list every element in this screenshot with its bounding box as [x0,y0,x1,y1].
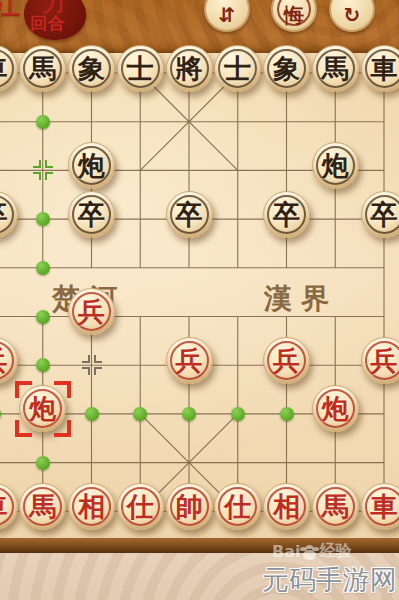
last-move-marker [82,355,102,375]
piece-red-兵[interactable]: 兵 [263,337,310,384]
game-logo: 江 力 回合 [0,0,100,52]
legal-move-dot[interactable] [36,212,50,226]
restart-button[interactable]: ↻ [329,0,375,32]
baidu-watermark-left: Bai [272,542,300,561]
swap-sides-button[interactable]: ⇵ [204,0,250,32]
piece-black-炮[interactable]: 炮 [312,142,359,189]
river-label-right: 漢界 [264,280,338,318]
piece-black-士[interactable]: 士 [117,45,164,92]
swap-icon: ⇵ [219,5,236,30]
piece-red-帥[interactable]: 帥 [166,483,213,530]
piece-black-象[interactable]: 象 [68,45,115,92]
piece-red-相[interactable]: 相 [263,483,310,530]
piece-red-仕[interactable]: 仕 [117,483,164,530]
legal-move-dot[interactable] [85,407,99,421]
piece-red-相[interactable]: 相 [68,483,115,530]
piece-red-仕[interactable]: 仕 [214,483,261,530]
baidu-watermark: Bai 经验 [272,541,351,562]
site-watermark: 元码手游网 [262,562,397,598]
paw-icon [303,550,316,560]
piece-black-卒[interactable]: 卒 [263,191,310,238]
piece-red-炮[interactable]: 炮 [312,385,359,432]
legal-move-dot[interactable] [36,310,50,324]
piece-black-車[interactable]: 車 [361,45,399,92]
piece-black-象[interactable]: 象 [263,45,310,92]
legal-move-dot[interactable] [36,261,50,275]
legal-move-dot[interactable] [36,115,50,129]
piece-black-馬[interactable]: 馬 [19,45,66,92]
legal-move-dot[interactable] [36,358,50,372]
legal-move-dot[interactable] [182,407,196,421]
piece-red-馬[interactable]: 馬 [312,483,359,530]
legal-move-dot[interactable] [231,407,245,421]
legal-move-dot[interactable] [280,407,294,421]
logo-corner-char: 江 [0,0,20,23]
logo-seal-bottom-text: 回合 [30,12,66,35]
piece-black-卒[interactable]: 卒 [166,191,213,238]
undo-button[interactable]: 悔 [271,0,317,32]
piece-red-馬[interactable]: 馬 [19,483,66,530]
xiangqi-app: 楚河 漢界 車馬象士將士象馬車炮炮卒卒卒卒卒兵兵兵兵兵炮炮車馬相仕帥仕相馬車 江… [0,0,399,600]
piece-black-卒[interactable]: 卒 [68,191,115,238]
piece-black-炮[interactable]: 炮 [68,142,115,189]
piece-red-兵[interactable]: 兵 [68,288,115,335]
legal-move-dot[interactable] [36,456,50,470]
baidu-watermark-right: 经验 [319,541,351,562]
piece-black-馬[interactable]: 馬 [312,45,359,92]
piece-black-將[interactable]: 將 [166,45,213,92]
restart-icon: ↻ [344,5,361,30]
undo-label: 悔 [284,5,304,30]
last-move-marker [33,160,53,180]
piece-black-士[interactable]: 士 [214,45,261,92]
piece-red-兵[interactable]: 兵 [166,337,213,384]
